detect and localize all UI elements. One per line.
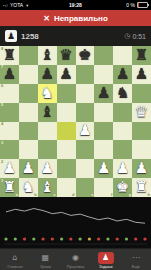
square-d3[interactable] bbox=[57, 140, 76, 159]
square-f7[interactable] bbox=[94, 65, 113, 84]
piece-white-rook: ♜ bbox=[3, 180, 16, 195]
result-dot bbox=[79, 237, 82, 240]
square-h8[interactable]: ♜ bbox=[132, 46, 151, 65]
square-b7[interactable] bbox=[19, 65, 38, 84]
coord-rank-3: 3 bbox=[1, 141, 3, 145]
nav-icon-4: ♟ bbox=[98, 252, 114, 264]
square-h4[interactable] bbox=[132, 122, 151, 141]
square-f8[interactable] bbox=[94, 46, 113, 65]
square-e2[interactable] bbox=[76, 159, 95, 178]
timer: ◷ 0:51 bbox=[124, 32, 146, 40]
rating-badge-pawn-icon: ♟ bbox=[5, 30, 17, 42]
result-dot bbox=[4, 237, 7, 240]
square-a1[interactable]: 1a♜ bbox=[0, 178, 19, 197]
piece-black-pawn: ♟ bbox=[116, 67, 129, 82]
nav-icon-5: ⋯ bbox=[128, 252, 144, 264]
result-dot bbox=[69, 237, 72, 240]
result-dot bbox=[23, 237, 26, 240]
square-g4[interactable] bbox=[113, 122, 132, 141]
coord-rank-2: 2 bbox=[1, 160, 3, 164]
result-dot bbox=[125, 237, 128, 240]
square-h2[interactable]: ♟ bbox=[132, 159, 151, 178]
rating-chart bbox=[0, 197, 151, 248]
piece-black-king: ♚ bbox=[78, 48, 91, 63]
result-dot bbox=[51, 237, 54, 240]
status-bar: •ıl YOTA ▼ 19:28 0 % bbox=[0, 0, 151, 10]
coord-file-b: b bbox=[34, 193, 36, 197]
timer-value: 0:51 bbox=[132, 33, 146, 40]
square-c6[interactable]: ♞ bbox=[38, 84, 57, 103]
square-e1[interactable]: e bbox=[76, 178, 95, 197]
coord-file-e: e bbox=[91, 193, 93, 197]
app-screen: •ıl YOTA ▼ 19:28 0 % ✕ Неправильно ♟ 125… bbox=[0, 0, 151, 270]
square-e7[interactable] bbox=[76, 65, 95, 84]
feedback-banner: ✕ Неправильно bbox=[0, 10, 151, 26]
piece-white-queen: ♛ bbox=[135, 105, 148, 120]
square-d5[interactable] bbox=[57, 103, 76, 122]
square-a8[interactable]: 8♜ bbox=[0, 46, 19, 65]
nav-label-4: Задачи bbox=[99, 265, 112, 269]
coord-file-h: h bbox=[148, 193, 150, 197]
info-row: ♟ 1258 ◷ 0:51 bbox=[0, 26, 151, 46]
piece-white-rook: ♜ bbox=[135, 180, 148, 195]
square-f4[interactable] bbox=[94, 122, 113, 141]
nav-icon-1: ⌂ bbox=[7, 252, 23, 264]
square-g1[interactable]: g♚ bbox=[113, 178, 132, 197]
piece-black-pawn: ♟ bbox=[135, 67, 148, 82]
coord-rank-7: 7 bbox=[1, 65, 3, 69]
nav-item-3[interactable]: ◉Практика bbox=[60, 249, 90, 270]
nav-item-2[interactable]: ▦Уроки bbox=[30, 249, 60, 270]
square-b1[interactable]: b♞ bbox=[19, 178, 38, 197]
signal-icon: •ıl bbox=[3, 3, 8, 8]
square-c4[interactable] bbox=[38, 122, 57, 141]
nav-label-5: Ещё bbox=[132, 265, 140, 269]
square-h6[interactable] bbox=[132, 84, 151, 103]
piece-black-pawn: ♟ bbox=[40, 67, 53, 82]
piece-black-queen: ♛ bbox=[59, 48, 72, 63]
square-a5[interactable]: 5 bbox=[0, 103, 19, 122]
clock-time: 19:28 bbox=[51, 2, 99, 8]
square-a4[interactable]: 4 bbox=[0, 122, 19, 141]
square-f6[interactable]: ♟ bbox=[94, 84, 113, 103]
square-a7[interactable]: 7♟ bbox=[0, 65, 19, 84]
coord-rank-8: 8 bbox=[1, 47, 3, 51]
battery-percent: 0 % bbox=[126, 2, 135, 8]
clock-icon: ◷ bbox=[124, 32, 130, 40]
square-e3[interactable] bbox=[76, 140, 95, 159]
puzzle-rating: 1258 bbox=[21, 32, 124, 41]
square-b8[interactable] bbox=[19, 46, 38, 65]
square-b4[interactable] bbox=[19, 122, 38, 141]
square-c8[interactable]: ♝ bbox=[38, 46, 57, 65]
chess-board[interactable]: 8♜♝♛♚♜7♟♟♟♟♟6♞♟♞5♝♛4♟32♟♟♟♟♟♟1a♜b♞c♝defg… bbox=[0, 46, 151, 197]
square-c5[interactable]: ♝ bbox=[38, 103, 57, 122]
coord-file-c: c bbox=[53, 193, 55, 197]
square-e6[interactable] bbox=[76, 84, 95, 103]
square-c7[interactable]: ♟ bbox=[38, 65, 57, 84]
coord-file-a: a bbox=[16, 193, 18, 197]
piece-white-pawn: ♟ bbox=[97, 161, 110, 176]
square-g5[interactable] bbox=[113, 103, 132, 122]
square-a3[interactable]: 3 bbox=[0, 140, 19, 159]
nav-label-1: Главная bbox=[7, 265, 22, 269]
piece-black-knight: ♞ bbox=[116, 86, 129, 101]
piece-black-rook: ♜ bbox=[135, 48, 148, 63]
square-d4[interactable] bbox=[57, 122, 76, 141]
piece-black-pawn: ♟ bbox=[59, 67, 72, 82]
square-b6[interactable] bbox=[19, 84, 38, 103]
square-d8[interactable]: ♛ bbox=[57, 46, 76, 65]
piece-black-rook: ♜ bbox=[3, 48, 16, 63]
coord-rank-4: 4 bbox=[1, 122, 3, 126]
square-b3[interactable] bbox=[19, 140, 38, 159]
nav-icon-2: ▦ bbox=[37, 252, 53, 264]
piece-black-bishop: ♝ bbox=[40, 48, 53, 63]
square-g6[interactable]: ♞ bbox=[113, 84, 132, 103]
feedback-text: Неправильно bbox=[54, 14, 108, 23]
piece-white-bishop: ♝ bbox=[40, 180, 53, 195]
result-dot bbox=[116, 237, 119, 240]
piece-white-king: ♚ bbox=[116, 180, 129, 195]
square-b5[interactable] bbox=[19, 103, 38, 122]
piece-white-knight: ♞ bbox=[40, 86, 53, 101]
battery-icon bbox=[137, 2, 148, 8]
nav-icon-3: ◉ bbox=[67, 252, 83, 264]
carrier-label: YOTA bbox=[10, 2, 23, 8]
square-e5[interactable] bbox=[76, 103, 95, 122]
piece-white-pawn: ♟ bbox=[22, 161, 35, 176]
result-dot bbox=[60, 237, 63, 240]
result-dot bbox=[97, 237, 100, 240]
square-d6[interactable] bbox=[57, 84, 76, 103]
result-dot bbox=[134, 237, 137, 240]
square-g3[interactable] bbox=[113, 140, 132, 159]
square-g7[interactable]: ♟ bbox=[113, 65, 132, 84]
square-c3[interactable] bbox=[38, 140, 57, 159]
square-e8[interactable]: ♚ bbox=[76, 46, 95, 65]
piece-white-pawn: ♟ bbox=[40, 161, 53, 176]
square-e4[interactable]: ♟ bbox=[76, 122, 95, 141]
result-dot bbox=[88, 237, 91, 240]
piece-white-knight: ♞ bbox=[22, 180, 35, 195]
piece-black-bishop: ♝ bbox=[40, 105, 53, 120]
nav-item-5[interactable]: ⋯Ещё bbox=[121, 249, 151, 270]
square-c2[interactable]: ♟ bbox=[38, 159, 57, 178]
square-b2[interactable]: ♟ bbox=[19, 159, 38, 178]
piece-black-pawn: ♟ bbox=[97, 86, 110, 101]
square-f5[interactable] bbox=[94, 103, 113, 122]
coord-rank-5: 5 bbox=[1, 103, 3, 107]
nav-item-4[interactable]: ♟Задачи bbox=[91, 249, 121, 270]
coord-file-f: f bbox=[111, 193, 112, 197]
piece-white-pawn: ♟ bbox=[116, 161, 129, 176]
square-h1[interactable]: h♜ bbox=[132, 178, 151, 197]
square-h5[interactable]: ♛ bbox=[132, 103, 151, 122]
bottom-nav: ⌂Главная▦Уроки◉Практика♟Задачи⋯Ещё bbox=[0, 248, 151, 270]
square-d7[interactable]: ♟ bbox=[57, 65, 76, 84]
square-f1[interactable]: f bbox=[94, 178, 113, 197]
piece-white-pawn: ♟ bbox=[78, 123, 91, 138]
square-d2[interactable] bbox=[57, 159, 76, 178]
square-h3[interactable] bbox=[132, 140, 151, 159]
result-dot bbox=[32, 237, 35, 240]
square-d1[interactable]: d bbox=[57, 178, 76, 197]
square-g8[interactable] bbox=[113, 46, 132, 65]
square-a2[interactable]: 2♟ bbox=[0, 159, 19, 178]
nav-label-2: Уроки bbox=[40, 265, 51, 269]
result-dot bbox=[106, 237, 109, 240]
square-f3[interactable] bbox=[94, 140, 113, 159]
piece-black-pawn: ♟ bbox=[3, 67, 16, 82]
coord-file-d: d bbox=[72, 193, 74, 197]
coord-rank-6: 6 bbox=[1, 84, 3, 88]
close-icon[interactable]: ✕ bbox=[43, 14, 50, 23]
wifi-icon: ▼ bbox=[25, 3, 29, 8]
piece-white-pawn: ♟ bbox=[135, 161, 148, 176]
square-c1[interactable]: c♝ bbox=[38, 178, 57, 197]
rating-line-chart bbox=[0, 197, 151, 248]
nav-label-3: Практика bbox=[67, 265, 84, 269]
nav-item-1[interactable]: ⌂Главная bbox=[0, 249, 30, 270]
result-dot bbox=[143, 237, 146, 240]
coord-rank-1: 1 bbox=[1, 179, 3, 183]
square-f2[interactable]: ♟ bbox=[94, 159, 113, 178]
square-h7[interactable]: ♟ bbox=[132, 65, 151, 84]
result-dot bbox=[14, 237, 17, 240]
result-dot bbox=[41, 237, 44, 240]
coord-file-g: g bbox=[129, 193, 131, 197]
square-g2[interactable]: ♟ bbox=[113, 159, 132, 178]
piece-white-pawn: ♟ bbox=[3, 161, 16, 176]
square-a6[interactable]: 6 bbox=[0, 84, 19, 103]
